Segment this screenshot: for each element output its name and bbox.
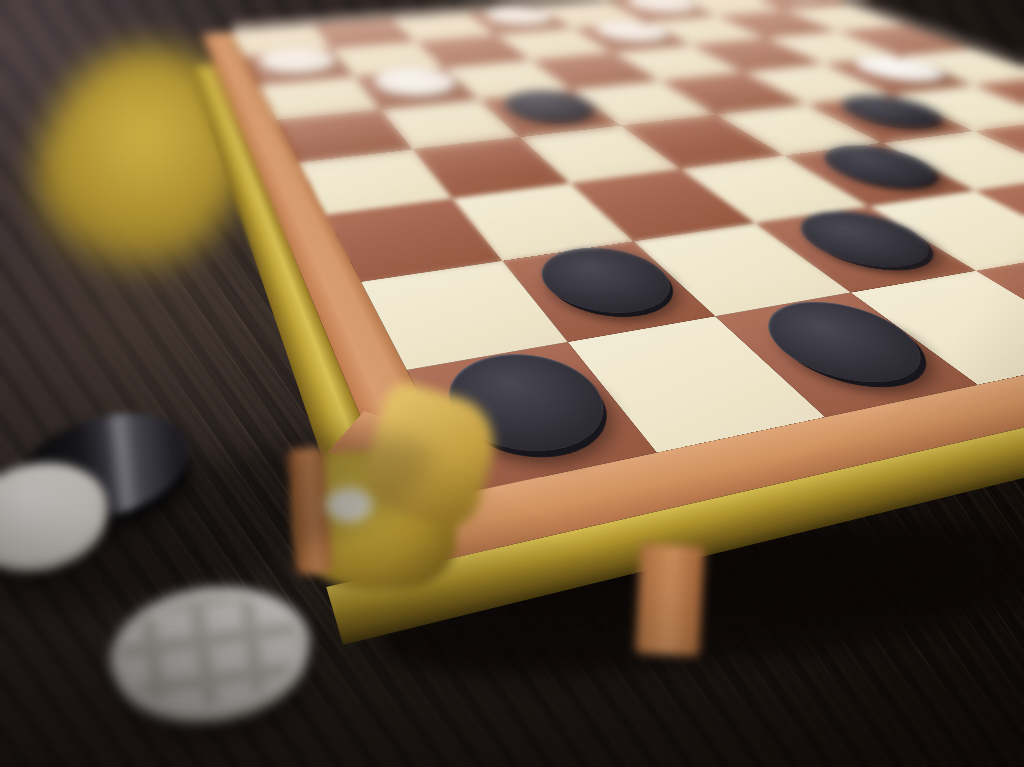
stud-patch-left-near <box>341 354 396 363</box>
stud-patch-front-main <box>710 445 750 490</box>
photo-stage <box>0 0 1024 767</box>
depth-of-field-near <box>0 617 1024 767</box>
